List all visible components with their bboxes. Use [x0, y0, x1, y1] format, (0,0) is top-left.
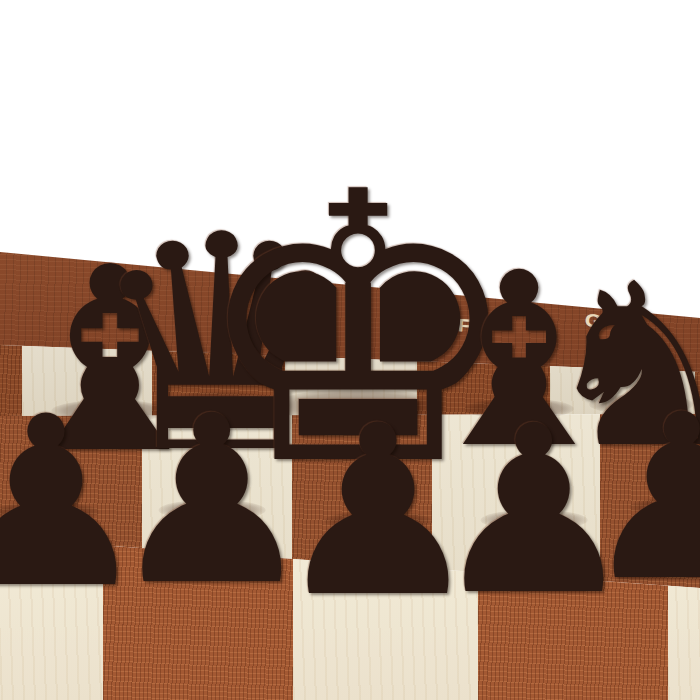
- chess-set-photo: C F G ♝♛♚♝♞♟♟♟♟♟: [0, 0, 700, 700]
- piece-pawn-g7: ♟: [580, 384, 700, 612]
